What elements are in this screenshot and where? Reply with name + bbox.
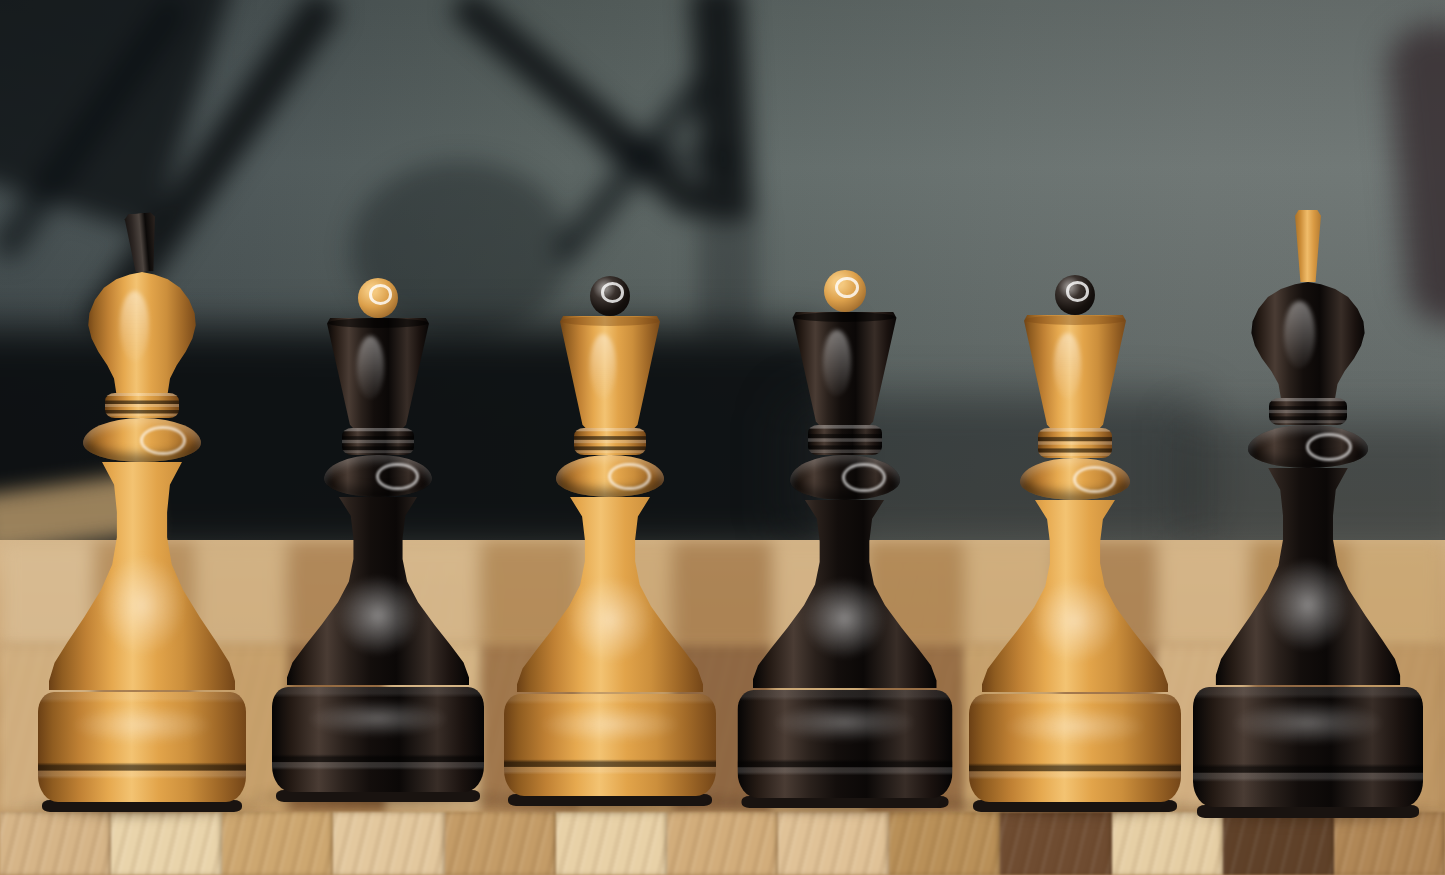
- piece-skirt: [982, 500, 1168, 692]
- piece-head: [559, 316, 661, 428]
- piece-collar: [790, 455, 900, 500]
- white-queen: [504, 276, 716, 806]
- piece-base: [737, 690, 952, 798]
- spike-finial: [1290, 210, 1326, 282]
- black-queen-2: [737, 270, 952, 808]
- piece-head: [326, 318, 430, 428]
- spike-finial: [119, 211, 166, 273]
- piece-rings: [105, 393, 179, 418]
- black-king: [1193, 210, 1423, 818]
- piece-skirt: [753, 500, 937, 688]
- piece-head: [1023, 315, 1127, 428]
- pieces-row: [0, 0, 1445, 875]
- white-queen-2: [969, 275, 1181, 812]
- piece-rings: [808, 425, 882, 455]
- ball-finial: [824, 270, 866, 312]
- piece-collar: [83, 418, 201, 462]
- piece-rings: [574, 428, 646, 455]
- piece-collar: [1020, 458, 1130, 500]
- piece-collar: [324, 455, 432, 497]
- piece-base: [504, 694, 716, 796]
- piece-head: [1249, 282, 1367, 398]
- piece-skirt: [287, 497, 469, 685]
- black-queen: [272, 278, 484, 802]
- piece-rings: [342, 428, 414, 455]
- piece-rings: [1038, 428, 1112, 458]
- piece-base: [272, 687, 484, 792]
- chess-pieces-photo: [0, 0, 1445, 875]
- piece-base: [1193, 687, 1423, 807]
- piece-skirt: [1216, 468, 1401, 685]
- piece-collar: [1248, 425, 1368, 468]
- ball-finial: [358, 278, 398, 318]
- piece-head: [86, 272, 198, 393]
- ball-finial: [1055, 275, 1095, 315]
- piece-rings: [1269, 398, 1347, 425]
- piece-head: [792, 312, 898, 425]
- piece-skirt: [517, 497, 703, 692]
- white-king: [38, 213, 246, 812]
- ball-finial: [590, 276, 630, 316]
- piece-collar: [556, 455, 664, 497]
- piece-base: [38, 692, 246, 802]
- piece-base: [969, 694, 1181, 802]
- piece-skirt: [49, 462, 235, 690]
